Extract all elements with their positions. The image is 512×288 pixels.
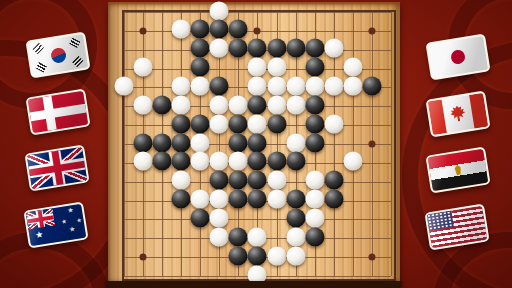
black-stone	[267, 152, 286, 171]
white-stone	[115, 76, 134, 95]
white-stone	[134, 152, 153, 171]
black-stone	[286, 39, 305, 58]
white-stone	[286, 76, 305, 95]
white-stone	[248, 114, 267, 133]
white-stone	[267, 190, 286, 209]
black-stone	[362, 76, 381, 95]
black-stone	[229, 114, 248, 133]
star-point	[368, 254, 375, 261]
white-stone	[172, 171, 191, 190]
white-stone	[210, 1, 229, 20]
black-stone	[305, 95, 324, 114]
black-stone	[305, 114, 324, 133]
white-stone	[191, 133, 210, 152]
white-stone	[210, 152, 229, 171]
black-stone	[229, 227, 248, 246]
black-stone	[286, 190, 305, 209]
white-stone	[134, 95, 153, 114]
black-stone	[191, 58, 210, 77]
black-stone	[267, 114, 286, 133]
white-stone	[324, 114, 343, 133]
stars-canton	[427, 211, 454, 231]
white-stone	[191, 152, 210, 171]
black-stone	[305, 227, 324, 246]
white-stone	[286, 227, 305, 246]
black-stone	[229, 20, 248, 39]
black-stone	[248, 246, 267, 265]
black-stone	[286, 152, 305, 171]
black-stone	[248, 39, 267, 58]
white-stone	[305, 208, 324, 227]
black-stone	[305, 133, 324, 152]
taegeuk-icon	[49, 46, 66, 63]
black-stone	[248, 152, 267, 171]
app-screen: ★ ★ ★ ★ ★	[0, 0, 512, 288]
black-stone	[229, 39, 248, 58]
white-stone	[286, 95, 305, 114]
rising-sun-icon	[450, 49, 466, 65]
black-stone	[134, 133, 153, 152]
black-stone	[191, 114, 210, 133]
board-shadow	[106, 281, 402, 288]
white-stone	[324, 76, 343, 95]
white-stone	[172, 20, 191, 39]
grid-line	[353, 12, 354, 276]
white-stone	[229, 152, 248, 171]
black-stone	[172, 190, 191, 209]
black-stone	[324, 190, 343, 209]
white-stone	[286, 133, 305, 152]
maple-leaf-icon	[448, 104, 467, 123]
black-stone	[153, 152, 172, 171]
star-icon: ★	[35, 231, 43, 239]
black-stone	[229, 133, 248, 152]
black-stone	[229, 190, 248, 209]
white-stone	[210, 114, 229, 133]
white-stone	[172, 76, 191, 95]
black-stone	[210, 76, 229, 95]
white-stone	[229, 95, 248, 114]
white-stone	[248, 76, 267, 95]
black-stone	[267, 39, 286, 58]
black-stone	[153, 133, 172, 152]
star-point	[140, 254, 147, 261]
black-stone	[172, 114, 191, 133]
star-point	[368, 141, 375, 148]
white-stone	[210, 95, 229, 114]
black-stone	[305, 58, 324, 77]
white-stone	[305, 171, 324, 190]
eagle-emblem-icon	[453, 164, 462, 175]
black-stone	[324, 171, 343, 190]
white-stone	[267, 171, 286, 190]
white-stone	[305, 76, 324, 95]
white-stone	[267, 76, 286, 95]
white-stone	[286, 246, 305, 265]
star-icon: ★	[75, 216, 83, 224]
black-stone	[191, 208, 210, 227]
grid-line	[124, 219, 391, 220]
grid-line	[391, 12, 392, 276]
star-icon: ★	[66, 207, 74, 215]
white-stone	[134, 58, 153, 77]
white-stone	[248, 227, 267, 246]
white-stone	[248, 58, 267, 77]
white-stone	[324, 39, 343, 58]
white-stone	[210, 39, 229, 58]
white-stone	[191, 76, 210, 95]
white-stone	[305, 190, 324, 209]
black-stone	[229, 246, 248, 265]
white-stone	[172, 95, 191, 114]
black-stone	[191, 39, 210, 58]
white-stone	[343, 58, 362, 77]
star-icon: ★	[60, 217, 68, 225]
black-stone	[248, 95, 267, 114]
star-point	[368, 27, 375, 34]
star-point	[254, 27, 261, 34]
black-stone	[248, 171, 267, 190]
white-stone	[210, 227, 229, 246]
black-stone	[210, 20, 229, 39]
black-stone	[210, 171, 229, 190]
black-stone	[248, 133, 267, 152]
black-stone	[305, 39, 324, 58]
star-point	[140, 27, 147, 34]
black-stone	[286, 208, 305, 227]
black-stone	[172, 152, 191, 171]
white-stone	[267, 58, 286, 77]
white-stone	[267, 246, 286, 265]
star-icon: ★	[68, 226, 76, 234]
white-stone	[343, 152, 362, 171]
white-stone	[267, 95, 286, 114]
black-stone	[172, 133, 191, 152]
go-board[interactable]	[108, 2, 400, 282]
black-stone	[191, 20, 210, 39]
white-stone	[191, 190, 210, 209]
white-stone	[343, 76, 362, 95]
black-stone	[153, 95, 172, 114]
uk-canton	[26, 208, 55, 229]
white-stone	[210, 208, 229, 227]
black-stone	[229, 171, 248, 190]
black-stone	[248, 190, 267, 209]
white-stone	[210, 190, 229, 209]
